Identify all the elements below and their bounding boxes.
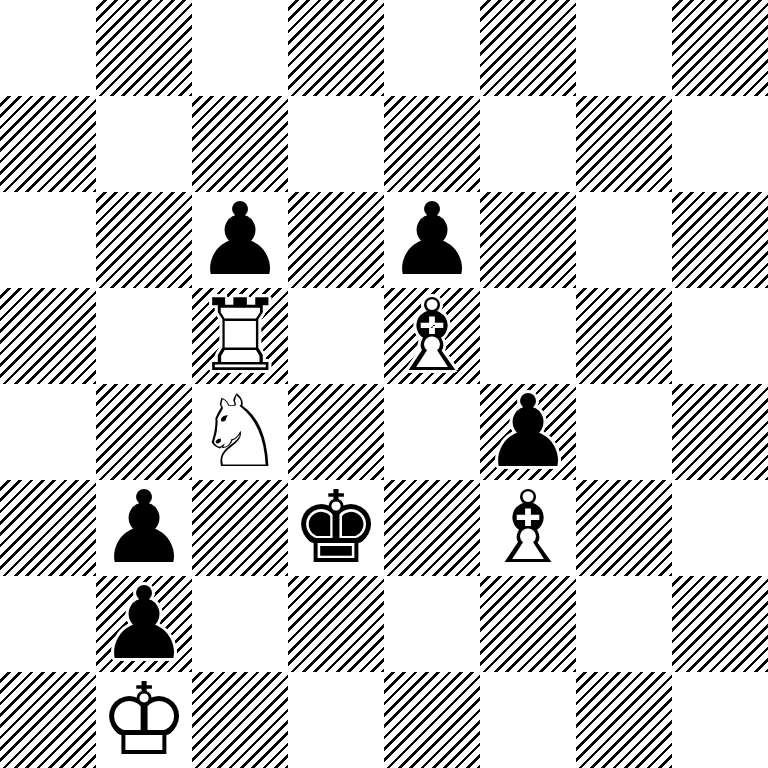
piece-halo: ♞ <box>192 384 288 480</box>
square-d6[interactable] <box>288 192 384 288</box>
piece-halo: ♜ <box>192 288 288 384</box>
square-g1[interactable] <box>576 672 672 768</box>
square-a8[interactable] <box>0 0 96 96</box>
square-a3[interactable] <box>0 480 96 576</box>
square-h7[interactable] <box>672 96 768 192</box>
square-h6[interactable] <box>672 192 768 288</box>
square-e8[interactable] <box>384 0 480 96</box>
square-c6[interactable]: ♟♟ <box>192 192 288 288</box>
piece-halo: ♝ <box>480 480 576 576</box>
square-f3[interactable]: ♝♗ <box>480 480 576 576</box>
square-c5[interactable]: ♜♖ <box>192 288 288 384</box>
square-c2[interactable] <box>192 576 288 672</box>
square-f4[interactable]: ♟♟ <box>480 384 576 480</box>
square-c7[interactable] <box>192 96 288 192</box>
piece-halo: ♟ <box>480 384 576 480</box>
square-b3[interactable]: ♟♟ <box>96 480 192 576</box>
square-c1[interactable] <box>192 672 288 768</box>
square-b8[interactable] <box>96 0 192 96</box>
square-f8[interactable] <box>480 0 576 96</box>
square-g5[interactable] <box>576 288 672 384</box>
square-f5[interactable] <box>480 288 576 384</box>
square-b7[interactable] <box>96 96 192 192</box>
white-bishop-piece: ♗ <box>480 480 576 576</box>
square-c3[interactable] <box>192 480 288 576</box>
square-c8[interactable] <box>192 0 288 96</box>
square-d4[interactable] <box>288 384 384 480</box>
square-e7[interactable] <box>384 96 480 192</box>
square-g2[interactable] <box>576 576 672 672</box>
square-g6[interactable] <box>576 192 672 288</box>
square-b4[interactable] <box>96 384 192 480</box>
square-a2[interactable] <box>0 576 96 672</box>
square-h8[interactable] <box>672 0 768 96</box>
square-g4[interactable] <box>576 384 672 480</box>
square-a7[interactable] <box>0 96 96 192</box>
square-h5[interactable] <box>672 288 768 384</box>
square-b2[interactable]: ♟♟ <box>96 576 192 672</box>
piece-halo: ♟ <box>96 480 192 576</box>
chess-board: ♟♟♟♟♜♖♝♗♞♘♟♟♟♟♚♚♝♗♟♟♚♔ <box>0 0 768 768</box>
black-pawn-piece: ♟ <box>384 192 480 288</box>
square-b6[interactable] <box>96 192 192 288</box>
square-e4[interactable] <box>384 384 480 480</box>
white-rook-piece: ♖ <box>192 288 288 384</box>
black-pawn-piece: ♟ <box>96 576 192 672</box>
square-d2[interactable] <box>288 576 384 672</box>
square-d1[interactable] <box>288 672 384 768</box>
square-e6[interactable]: ♟♟ <box>384 192 480 288</box>
black-king-piece: ♚ <box>288 480 384 576</box>
piece-halo: ♟ <box>384 192 480 288</box>
square-c4[interactable]: ♞♘ <box>192 384 288 480</box>
piece-halo: ♝ <box>384 288 480 384</box>
square-d7[interactable] <box>288 96 384 192</box>
square-f6[interactable] <box>480 192 576 288</box>
square-f7[interactable] <box>480 96 576 192</box>
square-e2[interactable] <box>384 576 480 672</box>
square-g7[interactable] <box>576 96 672 192</box>
square-h4[interactable] <box>672 384 768 480</box>
square-a5[interactable] <box>0 288 96 384</box>
square-a1[interactable] <box>0 672 96 768</box>
square-d8[interactable] <box>288 0 384 96</box>
square-d5[interactable] <box>288 288 384 384</box>
white-knight-piece: ♘ <box>192 384 288 480</box>
square-e3[interactable] <box>384 480 480 576</box>
square-a6[interactable] <box>0 192 96 288</box>
piece-halo: ♟ <box>192 192 288 288</box>
square-e1[interactable] <box>384 672 480 768</box>
piece-halo: ♟ <box>96 576 192 672</box>
square-b5[interactable] <box>96 288 192 384</box>
black-pawn-piece: ♟ <box>96 480 192 576</box>
square-h1[interactable] <box>672 672 768 768</box>
square-g8[interactable] <box>576 0 672 96</box>
square-b1[interactable]: ♚♔ <box>96 672 192 768</box>
black-pawn-piece: ♟ <box>192 192 288 288</box>
white-bishop-piece: ♗ <box>384 288 480 384</box>
piece-halo: ♚ <box>96 672 192 768</box>
white-king-piece: ♔ <box>96 672 192 768</box>
square-e5[interactable]: ♝♗ <box>384 288 480 384</box>
black-pawn-piece: ♟ <box>480 384 576 480</box>
square-f1[interactable] <box>480 672 576 768</box>
square-f2[interactable] <box>480 576 576 672</box>
piece-halo: ♚ <box>288 480 384 576</box>
square-h2[interactable] <box>672 576 768 672</box>
square-a4[interactable] <box>0 384 96 480</box>
square-g3[interactable] <box>576 480 672 576</box>
square-d3[interactable]: ♚♚ <box>288 480 384 576</box>
square-h3[interactable] <box>672 480 768 576</box>
